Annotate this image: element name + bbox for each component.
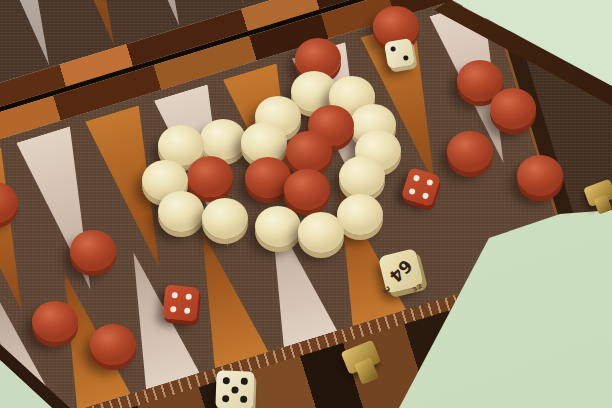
die-pip	[231, 386, 238, 393]
checker-red[interactable]	[286, 131, 332, 172]
checker-cream[interactable]	[255, 206, 301, 247]
doubling-cube-value: 64	[386, 256, 417, 287]
die-pip	[403, 55, 409, 61]
die-pip	[422, 192, 430, 200]
checker-red[interactable]	[490, 88, 536, 129]
checker-cream[interactable]	[158, 191, 204, 232]
checker-cream[interactable]	[200, 119, 246, 160]
checker-red[interactable]	[517, 155, 563, 196]
checker-red[interactable]	[284, 169, 330, 210]
checker-cream[interactable]	[298, 212, 344, 253]
die-pip	[169, 306, 176, 313]
die-pip	[171, 291, 178, 298]
checker-red[interactable]	[70, 230, 116, 271]
die-pip	[389, 45, 395, 51]
die-pip	[223, 377, 230, 384]
photo-stage: 64 2 32	[0, 0, 612, 408]
die-pip	[241, 378, 248, 385]
checker-cream[interactable]	[339, 156, 385, 197]
die-pip	[186, 293, 193, 300]
die-pip	[184, 308, 191, 315]
die-white-showing-5[interactable]	[215, 370, 254, 408]
die-pip	[426, 179, 434, 187]
die-pip	[413, 174, 421, 182]
die-red-showing-4[interactable]	[162, 284, 199, 321]
die-pip	[222, 395, 229, 402]
die-pip	[408, 188, 416, 196]
checker-red[interactable]	[447, 131, 493, 172]
checker-cream[interactable]	[202, 198, 248, 239]
checker-red[interactable]	[32, 301, 78, 342]
die-white-showing-2[interactable]	[383, 37, 414, 68]
die-pip	[240, 396, 247, 403]
checker-cream[interactable]	[337, 194, 383, 235]
checker-red[interactable]	[90, 324, 136, 365]
checker-red[interactable]	[187, 156, 233, 197]
